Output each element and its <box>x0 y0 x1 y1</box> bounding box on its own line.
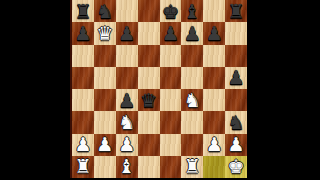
square-h4[interactable] <box>225 89 247 111</box>
square-a1[interactable]: ♜ <box>72 156 94 178</box>
square-d7[interactable] <box>138 22 160 44</box>
square-a3[interactable] <box>72 111 94 133</box>
square-g2[interactable]: ♟ <box>203 134 225 156</box>
square-h8[interactable]: ♜ <box>225 0 247 22</box>
piece-white-bishop[interactable]: ♝ <box>118 157 135 176</box>
square-b7[interactable]: ♛ <box>94 22 116 44</box>
square-c5[interactable] <box>116 67 138 89</box>
square-f7[interactable]: ♟ <box>181 22 203 44</box>
square-b8[interactable]: ♞ <box>94 0 116 22</box>
piece-black-rook[interactable]: ♜ <box>228 2 245 21</box>
square-e8[interactable]: ♚ <box>160 0 182 22</box>
square-c4[interactable]: ♟ <box>116 89 138 111</box>
square-h1[interactable]: ♚ <box>225 156 247 178</box>
square-f4[interactable]: ♞ <box>181 89 203 111</box>
square-e7[interactable]: ♟ <box>160 22 182 44</box>
square-b3[interactable] <box>94 111 116 133</box>
square-f1[interactable]: ♜ <box>181 156 203 178</box>
square-h5[interactable]: ♟ <box>225 67 247 89</box>
square-g6[interactable] <box>203 45 225 67</box>
piece-black-knight[interactable]: ♞ <box>96 2 113 21</box>
square-d4[interactable]: ♛ <box>138 89 160 111</box>
piece-black-pawn[interactable]: ♟ <box>118 24 135 43</box>
square-b5[interactable] <box>94 67 116 89</box>
square-f3[interactable] <box>181 111 203 133</box>
piece-white-pawn[interactable]: ♟ <box>96 135 113 154</box>
square-h6[interactable] <box>225 45 247 67</box>
square-g7[interactable]: ♟ <box>203 22 225 44</box>
square-d2[interactable] <box>138 134 160 156</box>
square-e5[interactable] <box>160 67 182 89</box>
piece-white-knight[interactable]: ♞ <box>118 113 135 132</box>
piece-white-king[interactable]: ♚ <box>228 157 245 176</box>
square-h7[interactable] <box>225 22 247 44</box>
square-b4[interactable] <box>94 89 116 111</box>
square-f6[interactable] <box>181 45 203 67</box>
piece-black-pawn[interactable]: ♟ <box>228 68 245 87</box>
square-a2[interactable]: ♟ <box>72 134 94 156</box>
square-e4[interactable] <box>160 89 182 111</box>
square-f2[interactable] <box>181 134 203 156</box>
square-a7[interactable]: ♟ <box>72 22 94 44</box>
square-f8[interactable]: ♝ <box>181 0 203 22</box>
piece-black-pawn[interactable]: ♟ <box>184 24 201 43</box>
square-c6[interactable] <box>116 45 138 67</box>
square-g1[interactable] <box>203 156 225 178</box>
piece-black-pawn[interactable]: ♟ <box>74 24 91 43</box>
square-a6[interactable] <box>72 45 94 67</box>
square-a4[interactable] <box>72 89 94 111</box>
square-c8[interactable] <box>116 0 138 22</box>
square-g3[interactable] <box>203 111 225 133</box>
square-e3[interactable] <box>160 111 182 133</box>
piece-black-pawn[interactable]: ♟ <box>118 91 135 110</box>
square-g5[interactable] <box>203 67 225 89</box>
piece-black-bishop[interactable]: ♝ <box>184 2 201 21</box>
piece-white-rook[interactable]: ♜ <box>184 157 201 176</box>
piece-white-queen[interactable]: ♛ <box>96 24 113 43</box>
piece-white-rook[interactable]: ♜ <box>74 157 91 176</box>
square-d5[interactable] <box>138 67 160 89</box>
piece-black-knight[interactable]: ♞ <box>228 113 245 132</box>
piece-black-queen[interactable]: ♛ <box>140 91 157 110</box>
square-c7[interactable]: ♟ <box>116 22 138 44</box>
square-a8[interactable]: ♜ <box>72 0 94 22</box>
square-h2[interactable]: ♟ <box>225 134 247 156</box>
piece-black-pawn[interactable]: ♟ <box>206 24 223 43</box>
square-a5[interactable] <box>72 67 94 89</box>
square-b1[interactable] <box>94 156 116 178</box>
piece-white-knight[interactable]: ♞ <box>184 91 201 110</box>
square-d8[interactable] <box>138 0 160 22</box>
square-b2[interactable]: ♟ <box>94 134 116 156</box>
square-d3[interactable] <box>138 111 160 133</box>
square-e1[interactable] <box>160 156 182 178</box>
piece-white-pawn[interactable]: ♟ <box>118 135 135 154</box>
piece-white-pawn[interactable]: ♟ <box>228 135 245 154</box>
chess-board: ♜♞♚♝♜♟♛♟♟♟♟♟♟♛♞♞♞♟♟♟♟♟♜♝♜♚ <box>70 0 247 178</box>
square-g4[interactable] <box>203 89 225 111</box>
square-e2[interactable] <box>160 134 182 156</box>
square-d1[interactable] <box>138 156 160 178</box>
square-b6[interactable] <box>94 45 116 67</box>
square-c1[interactable]: ♝ <box>116 156 138 178</box>
piece-white-pawn[interactable]: ♟ <box>206 135 223 154</box>
chess-app: ♜♞♚♝♜♟♛♟♟♟♟♟♟♛♞♞♞♟♟♟♟♟♜♝♜♚ <box>0 0 320 180</box>
square-c2[interactable]: ♟ <box>116 134 138 156</box>
square-f5[interactable] <box>181 67 203 89</box>
square-d6[interactable] <box>138 45 160 67</box>
square-g8[interactable] <box>203 0 225 22</box>
piece-white-pawn[interactable]: ♟ <box>74 135 91 154</box>
square-e6[interactable] <box>160 45 182 67</box>
piece-black-rook[interactable]: ♜ <box>74 2 91 21</box>
piece-black-pawn[interactable]: ♟ <box>162 24 179 43</box>
piece-black-king[interactable]: ♚ <box>162 2 179 21</box>
square-h3[interactable]: ♞ <box>225 111 247 133</box>
square-c3[interactable]: ♞ <box>116 111 138 133</box>
